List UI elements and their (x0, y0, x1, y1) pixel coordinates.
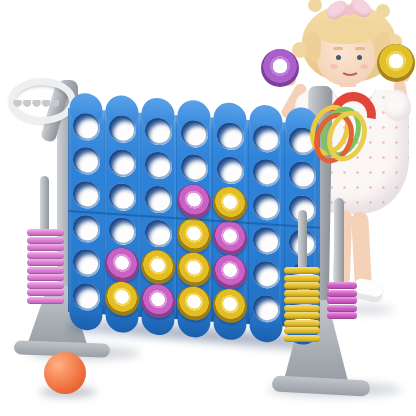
hoop-underside (13, 100, 59, 109)
left-pink-stack-ring (27, 244, 64, 251)
pink-ring-stack (27, 229, 64, 304)
left-pink-stack-ring (27, 237, 64, 244)
yellow-ring[interactable] (177, 285, 211, 321)
hole (145, 151, 172, 180)
hole (73, 180, 100, 209)
cell-col2-row4[interactable] (104, 212, 140, 248)
hole (73, 214, 100, 243)
cell-col5-row3[interactable] (212, 186, 248, 222)
right-yellow-stack-ring (284, 320, 320, 327)
cell-col4-row6[interactable] (176, 285, 212, 321)
hole (73, 112, 100, 141)
hole (109, 148, 136, 177)
pink-ring[interactable] (213, 254, 247, 290)
cell-col5-row5[interactable] (212, 254, 248, 290)
yellow-ring[interactable] (177, 251, 211, 287)
cell-col1-row3[interactable] (68, 176, 104, 212)
cell-col2-row6[interactable] (104, 280, 140, 316)
child-eye (357, 55, 362, 60)
cell-col1-row2[interactable] (68, 142, 104, 178)
held-yellow-ring (377, 44, 415, 82)
left-pink-stack-ring (27, 252, 64, 259)
cell-col5-row4[interactable] (212, 220, 248, 256)
hole (145, 185, 172, 214)
hole (253, 158, 280, 187)
pink-ring[interactable] (105, 246, 139, 282)
left-pink-stack-ring (27, 267, 64, 274)
hole (109, 216, 136, 245)
child-smile (340, 62, 360, 76)
right-yellow-stack-ring (284, 312, 320, 319)
ring-toss-post (40, 176, 49, 236)
right-rear-pink-stack-ring (327, 290, 357, 297)
connect-four-board (68, 108, 320, 329)
child-eyebrow (355, 47, 365, 50)
hole (253, 124, 280, 153)
hole (217, 121, 244, 150)
cell-col3-row3[interactable] (140, 181, 176, 217)
left-pink-stack-ring (27, 229, 64, 236)
cell-col3-row6[interactable] (140, 283, 176, 319)
cell-col3-row2[interactable] (140, 147, 176, 183)
cell-col2-row2[interactable] (104, 144, 140, 180)
yellow-ring[interactable] (213, 288, 247, 324)
hole (73, 248, 100, 277)
right-rear-pink-stack-ring (327, 305, 357, 312)
left-pink-stack-ring (27, 289, 64, 296)
held-purple-ring (261, 49, 299, 87)
child-eye (336, 55, 341, 60)
cell-col1-row1[interactable] (68, 108, 104, 144)
hole (73, 282, 100, 311)
hole (145, 117, 172, 146)
cell-col6-row5[interactable] (248, 256, 284, 292)
child-hair-curl (308, 0, 322, 12)
hole (253, 260, 280, 289)
yellow-ring[interactable] (105, 280, 139, 316)
child-cheek (330, 64, 338, 69)
right-yellow-stack-ring (284, 267, 320, 274)
cell-col4-row2[interactable] (176, 149, 212, 185)
left-pink-stack-ring (27, 297, 64, 304)
hole (253, 192, 280, 221)
yellow-ring-stack (284, 267, 320, 342)
cell-col1-row5[interactable] (68, 244, 104, 280)
hole (217, 155, 244, 184)
left-pink-stack-ring (27, 274, 64, 281)
right-rear-pink-stack-ring (327, 282, 357, 289)
yellow-ring[interactable] (213, 186, 247, 222)
cell-col2-row3[interactable] (104, 178, 140, 214)
right-rear-pink-stack-ring (327, 297, 357, 304)
hole (181, 119, 208, 148)
cell-col2-row5[interactable] (104, 246, 140, 282)
child-hair-side (306, 32, 321, 62)
cell-col6-row3[interactable] (248, 188, 284, 224)
child-cheek (360, 64, 368, 69)
cell-col3-row1[interactable] (140, 113, 176, 149)
orange-ball (44, 352, 86, 394)
pink-ring[interactable] (141, 283, 175, 319)
cell-col3-row5[interactable] (140, 249, 176, 285)
hole (253, 294, 280, 323)
cell-col6-row1[interactable] (248, 120, 284, 156)
cell-col6-row4[interactable] (248, 222, 284, 258)
child-dress-sleeve (384, 92, 411, 121)
pink-ring-stack (327, 282, 357, 319)
right-yellow-stack-ring (284, 290, 320, 297)
child-hair-curl (376, 4, 390, 18)
cell-col1-row4[interactable] (68, 210, 104, 246)
hanging-rings (310, 92, 368, 164)
child-leg (351, 212, 372, 289)
cell-col6-row2[interactable] (248, 154, 284, 190)
child-hair-fringe (314, 18, 378, 44)
right-yellow-stack-ring (284, 297, 320, 304)
right-yellow-stack-ring (284, 327, 320, 334)
hole (181, 153, 208, 182)
left-pink-stack-ring (27, 259, 64, 266)
hole (289, 160, 316, 189)
right-yellow-stack-ring (284, 335, 320, 342)
hole (109, 182, 136, 211)
ring-toss-post (334, 198, 344, 286)
right-yellow-stack-ring (284, 305, 320, 312)
child-eyebrow (333, 47, 343, 50)
cell-col6-row6[interactable] (248, 290, 284, 326)
cell-col4-row4[interactable] (176, 217, 212, 253)
cell-col5-row2[interactable] (212, 152, 248, 188)
right-yellow-stack-ring (284, 275, 320, 282)
hole (109, 114, 136, 143)
cell-col3-row4[interactable] (140, 215, 176, 251)
hole (253, 226, 280, 255)
left-pink-stack-ring (27, 282, 64, 289)
hole (73, 146, 100, 175)
right-rear-pink-stack-ring (327, 312, 357, 319)
cell-col2-row1[interactable] (104, 110, 140, 146)
cell-col4-row5[interactable] (176, 251, 212, 287)
cell-col1-row6[interactable] (68, 278, 104, 314)
cell-col4-row3[interactable] (176, 183, 212, 219)
cell-col5-row1[interactable] (212, 118, 248, 154)
right-yellow-stack-ring (284, 282, 320, 289)
pink-ring[interactable] (213, 220, 247, 256)
ring-toss-post (298, 210, 307, 272)
pink-ring[interactable] (177, 183, 211, 219)
hair-bow-knot (344, 6, 354, 16)
cell-col5-row6[interactable] (212, 288, 248, 324)
product-photo-stage (0, 0, 416, 416)
yellow-ring[interactable] (141, 249, 175, 285)
hole (145, 219, 172, 248)
yellow-ring[interactable] (177, 217, 211, 253)
cell-col4-row1[interactable] (176, 115, 212, 151)
